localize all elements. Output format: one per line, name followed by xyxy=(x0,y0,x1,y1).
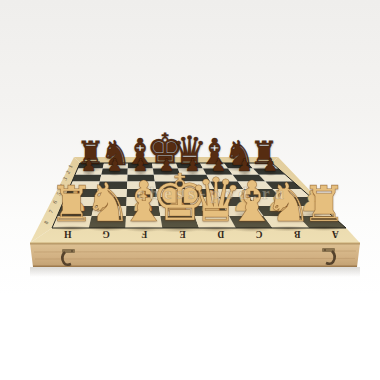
chess-set-photo: HGFEDCBA 12345678 ♜♞♝♚♛♝♞♜♟♟♟♟♟♟♟♟♟♟♟♟♟♟… xyxy=(0,0,380,380)
screenshot-root: { "game": "chess", "position": { "fen": … xyxy=(0,0,380,380)
board-graphic: HGFEDCBA 12345678 xyxy=(0,0,380,380)
file-label: F xyxy=(141,229,147,239)
surface-sheen xyxy=(52,163,346,228)
box-shadow xyxy=(30,267,360,277)
file-label: D xyxy=(217,229,224,239)
file-label: C xyxy=(255,229,262,239)
file-label: A xyxy=(332,229,339,239)
file-label: G xyxy=(102,229,110,239)
file-label: B xyxy=(293,229,300,239)
file-label: E xyxy=(179,229,185,239)
file-label: H xyxy=(64,229,72,239)
box-front-face xyxy=(30,243,360,267)
